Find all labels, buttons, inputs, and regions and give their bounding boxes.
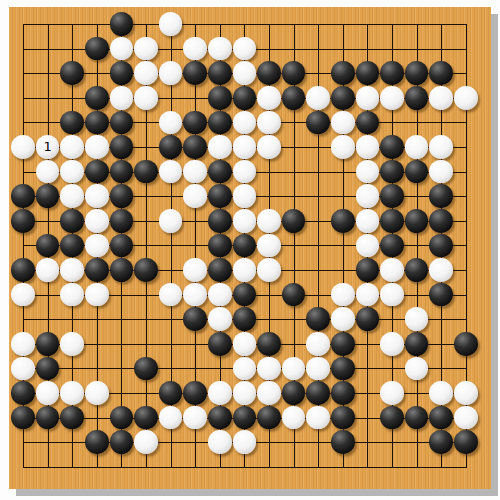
black-stone [380,234,404,258]
white-stone [110,86,134,110]
black-stone [306,111,330,135]
black-stone [282,283,306,307]
black-stone [85,430,109,454]
black-stone [356,307,380,331]
black-stone [356,61,380,85]
white-stone [356,86,380,110]
black-stone [380,406,404,430]
black-stone [306,307,330,331]
black-stone [110,160,134,184]
white-stone [356,234,380,258]
black-stone [306,381,330,405]
black-stone [36,234,60,258]
white-stone [233,184,257,208]
black-stone [36,332,60,356]
black-stone [85,111,109,135]
black-stone [110,258,134,282]
white-stone [331,307,355,331]
white-stone [356,135,380,159]
white-stone [11,332,35,356]
white-stone [233,37,257,61]
black-stone [429,184,453,208]
white-stone [134,430,158,454]
white-stone [380,258,404,282]
black-stone [208,111,232,135]
black-stone [380,160,404,184]
black-stone [183,61,207,85]
black-stone [331,86,355,110]
black-stone [183,307,207,331]
white-stone [60,283,84,307]
black-stone [183,135,207,159]
white-stone [183,258,207,282]
black-stone [208,209,232,233]
black-stone [183,381,207,405]
white-stone [11,357,35,381]
black-stone [60,209,84,233]
black-stone [233,283,257,307]
white-stone [36,258,60,282]
white-stone [257,111,281,135]
black-stone [85,160,109,184]
black-stone [405,160,429,184]
white-stone [11,283,35,307]
black-stone [134,258,158,282]
black-stone [60,234,84,258]
white-stone [282,357,306,381]
black-stone [257,332,281,356]
black-stone [110,209,134,233]
black-stone [134,357,158,381]
black-stone [208,160,232,184]
black-stone [257,61,281,85]
white-stone [331,283,355,307]
black-stone [11,209,35,233]
black-stone [405,209,429,233]
go-board[interactable]: 1 [9,7,491,489]
black-stone [454,332,478,356]
black-stone [36,184,60,208]
black-stone [233,234,257,258]
black-stone [429,234,453,258]
black-stone [183,111,207,135]
white-stone [257,135,281,159]
white-stone: 1 [36,135,60,159]
white-stone [405,357,429,381]
black-stone [110,406,134,430]
white-stone [183,37,207,61]
white-stone [208,381,232,405]
white-stone [454,86,478,110]
white-stone [233,209,257,233]
black-stone [356,111,380,135]
black-stone [233,307,257,331]
black-stone [85,258,109,282]
black-stone [331,209,355,233]
goban-grid: 1 [9,7,491,489]
white-stone [233,258,257,282]
black-stone [36,406,60,430]
white-stone [257,209,281,233]
white-stone [208,37,232,61]
white-stone [60,135,84,159]
white-stone [380,86,404,110]
grid-line-horizontal [23,467,467,468]
black-stone [11,406,35,430]
black-stone [110,135,134,159]
black-stone [405,61,429,85]
white-stone [159,209,183,233]
white-stone [60,184,84,208]
white-stone [60,332,84,356]
black-stone [380,184,404,208]
white-stone [356,283,380,307]
white-stone [405,307,429,331]
black-stone [257,406,281,430]
black-stone [233,86,257,110]
black-stone [208,258,232,282]
white-stone [233,111,257,135]
white-stone [233,381,257,405]
white-stone [429,86,453,110]
white-stone [208,283,232,307]
black-stone [405,406,429,430]
white-stone [183,283,207,307]
white-stone [36,381,60,405]
black-stone [380,209,404,233]
black-stone [282,61,306,85]
white-stone [159,283,183,307]
white-stone [233,135,257,159]
white-stone [159,160,183,184]
black-stone [429,283,453,307]
black-stone [405,258,429,282]
white-stone [233,430,257,454]
black-stone [110,184,134,208]
black-stone [331,61,355,85]
white-stone [208,430,232,454]
white-stone [233,160,257,184]
white-stone [429,381,453,405]
white-stone [134,86,158,110]
black-stone [85,86,109,110]
white-stone [183,184,207,208]
white-stone [257,381,281,405]
black-stone [110,430,134,454]
black-stone [208,184,232,208]
white-stone [306,406,330,430]
black-stone [208,234,232,258]
black-stone [208,332,232,356]
black-stone [208,61,232,85]
white-stone [233,332,257,356]
white-stone [183,160,207,184]
white-stone [257,357,281,381]
black-stone [36,357,60,381]
black-stone [380,135,404,159]
white-stone [282,406,306,430]
white-stone [454,381,478,405]
black-stone [233,406,257,430]
white-stone [110,37,134,61]
black-stone [11,381,35,405]
white-stone [159,61,183,85]
white-stone [405,135,429,159]
black-stone [380,61,404,85]
black-stone [208,406,232,430]
white-stone [159,12,183,36]
white-stone [85,209,109,233]
white-stone [233,61,257,85]
white-stone [208,307,232,331]
white-stone [85,381,109,405]
white-stone [380,332,404,356]
black-stone [282,381,306,405]
white-stone [356,184,380,208]
white-stone [429,135,453,159]
white-stone [429,160,453,184]
white-stone [60,160,84,184]
black-stone [405,86,429,110]
white-stone [208,135,232,159]
white-stone [429,258,453,282]
white-stone [134,37,158,61]
black-stone [429,430,453,454]
move-number-label: 1 [43,140,51,153]
white-stone [85,234,109,258]
black-stone [331,406,355,430]
black-stone [429,61,453,85]
white-stone [454,406,478,430]
black-stone [110,111,134,135]
white-stone [233,357,257,381]
black-stone [429,209,453,233]
black-stone [282,86,306,110]
white-stone [331,135,355,159]
white-stone [257,234,281,258]
black-stone [429,406,453,430]
black-stone [134,160,158,184]
black-stone [356,258,380,282]
black-stone [60,406,84,430]
black-stone [454,430,478,454]
white-stone [60,381,84,405]
black-stone [85,37,109,61]
black-stone [60,111,84,135]
white-stone [331,111,355,135]
white-stone [85,135,109,159]
white-stone [36,160,60,184]
white-stone [306,86,330,110]
page-background: 1 [0,0,500,500]
black-stone [282,209,306,233]
white-stone [356,160,380,184]
white-stone [306,332,330,356]
white-stone [159,406,183,430]
black-stone [159,135,183,159]
white-stone [85,184,109,208]
black-stone [110,234,134,258]
white-stone [380,381,404,405]
black-stone [110,12,134,36]
white-stone [85,283,109,307]
white-stone [356,209,380,233]
black-stone [331,332,355,356]
white-stone [159,111,183,135]
white-stone [257,258,281,282]
black-stone [134,406,158,430]
white-stone [257,86,281,110]
white-stone [11,135,35,159]
white-stone [60,258,84,282]
black-stone [159,381,183,405]
white-stone [380,283,404,307]
black-stone [331,430,355,454]
black-stone [405,332,429,356]
black-stone [331,381,355,405]
black-stone [60,61,84,85]
black-stone [110,61,134,85]
black-stone [331,357,355,381]
black-stone [208,86,232,110]
white-stone [183,406,207,430]
black-stone [11,184,35,208]
black-stone [11,258,35,282]
white-stone [134,61,158,85]
white-stone [306,357,330,381]
